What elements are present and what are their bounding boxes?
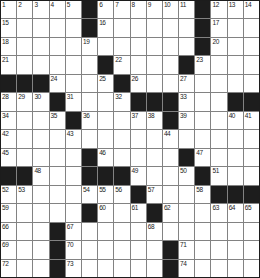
grid-cell[interactable] <box>179 186 194 203</box>
grid-cell[interactable]: 61 <box>131 204 146 221</box>
blocked-cell <box>131 93 146 110</box>
grid-cell[interactable] <box>114 149 129 166</box>
blocked-cell <box>163 93 178 110</box>
grid-cell[interactable]: 23 <box>195 56 210 73</box>
grid-cell[interactable] <box>66 149 81 166</box>
clue-number: 28 <box>2 93 8 100</box>
blocked-cell <box>228 93 243 110</box>
grid-cell[interactable]: 26 <box>131 75 146 92</box>
grid-cell[interactable] <box>114 19 129 36</box>
grid-cell[interactable] <box>163 223 178 240</box>
grid-cell[interactable] <box>228 75 243 92</box>
grid-cell[interactable]: 58 <box>195 186 210 203</box>
grid-cell[interactable] <box>17 112 32 129</box>
grid-cell[interactable]: 65 <box>244 204 259 221</box>
clue-number: 24 <box>51 75 57 82</box>
grid-cell[interactable] <box>211 93 226 110</box>
grid-cell[interactable] <box>17 204 32 221</box>
grid-cell[interactable]: 6 <box>98 1 113 18</box>
clue-number: 72 <box>2 260 8 267</box>
grid-cell[interactable] <box>131 241 146 258</box>
grid-cell[interactable]: 11 <box>179 1 194 18</box>
grid-cell[interactable] <box>82 223 97 240</box>
blocked-cell <box>114 75 129 92</box>
clue-number: 53 <box>18 186 24 193</box>
grid-cell[interactable] <box>82 56 97 73</box>
grid-cell[interactable] <box>131 223 146 240</box>
grid-cell[interactable] <box>98 112 113 129</box>
grid-cell[interactable] <box>195 93 210 110</box>
grid-cell[interactable] <box>17 223 32 240</box>
grid-cell[interactable] <box>82 130 97 147</box>
blocked-cell <box>195 19 210 36</box>
grid-cell[interactable] <box>163 149 178 166</box>
clue-number: 11 <box>180 1 186 8</box>
clue-number: 51 <box>212 167 218 174</box>
grid-cell[interactable] <box>114 223 129 240</box>
grid-cell[interactable] <box>131 56 146 73</box>
blocked-cell <box>50 223 65 240</box>
clue-number: 3 <box>34 1 37 8</box>
blocked-cell <box>244 186 259 203</box>
grid-cell[interactable] <box>179 204 194 221</box>
grid-cell[interactable] <box>147 19 162 36</box>
blocked-cell <box>114 167 129 184</box>
grid-cell[interactable] <box>33 19 48 36</box>
grid-cell[interactable]: 64 <box>228 204 243 221</box>
grid-cell[interactable]: 60 <box>98 204 113 221</box>
grid-cell[interactable]: 32 <box>114 93 129 110</box>
grid-cell[interactable]: 49 <box>131 167 146 184</box>
clue-number: 50 <box>180 167 186 174</box>
blocked-cell <box>211 186 226 203</box>
grid-cell[interactable]: 17 <box>211 19 226 36</box>
grid-cell[interactable] <box>163 38 178 55</box>
grid-cell[interactable] <box>33 204 48 221</box>
blocked-cell <box>179 149 194 166</box>
grid-cell[interactable] <box>211 260 226 277</box>
clue-number: 58 <box>196 186 202 193</box>
grid-cell[interactable]: 19 <box>82 38 97 55</box>
grid-cell[interactable] <box>98 38 113 55</box>
crossword-board: 1234567891011121314151617181920212223242… <box>0 0 260 278</box>
blocked-cell <box>1 167 16 184</box>
grid-cell[interactable]: 40 <box>228 112 243 129</box>
grid-cell[interactable] <box>33 130 48 147</box>
blocked-cell <box>50 93 65 110</box>
clue-number: 43 <box>67 130 73 137</box>
crossword-grid: 1234567891011121314151617181920212223242… <box>0 0 260 278</box>
grid-cell[interactable]: 56 <box>114 186 129 203</box>
grid-cell[interactable] <box>17 149 32 166</box>
grid-cell[interactable]: 31 <box>66 93 81 110</box>
clue-number: 30 <box>34 93 40 100</box>
grid-cell[interactable]: 73 <box>66 260 81 277</box>
clue-number: 7 <box>115 1 118 8</box>
grid-cell[interactable]: 62 <box>163 204 178 221</box>
blocked-cell <box>82 167 97 184</box>
grid-cell[interactable] <box>114 260 129 277</box>
clue-number: 56 <box>115 186 121 193</box>
clue-number: 12 <box>212 1 218 8</box>
grid-cell[interactable] <box>195 260 210 277</box>
grid-cell[interactable] <box>211 241 226 258</box>
grid-cell[interactable] <box>82 93 97 110</box>
grid-cell[interactable] <box>228 19 243 36</box>
grid-cell[interactable]: 39 <box>179 112 194 129</box>
clue-number: 37 <box>132 112 138 119</box>
grid-cell[interactable]: 16 <box>98 19 113 36</box>
blocked-cell <box>98 56 113 73</box>
grid-cell[interactable]: 8 <box>131 1 146 18</box>
grid-cell[interactable] <box>50 19 65 36</box>
grid-cell[interactable] <box>50 130 65 147</box>
grid-cell[interactable] <box>179 38 194 55</box>
clue-number: 16 <box>99 19 105 26</box>
grid-cell[interactable] <box>82 75 97 92</box>
grid-cell[interactable] <box>17 56 32 73</box>
clue-number: 6 <box>99 1 102 8</box>
clue-number: 60 <box>99 204 105 211</box>
clue-number: 46 <box>99 149 105 156</box>
grid-cell[interactable] <box>195 204 210 221</box>
grid-cell[interactable] <box>114 112 129 129</box>
blocked-cell <box>82 149 97 166</box>
grid-cell[interactable]: 34 <box>1 112 16 129</box>
clue-number: 25 <box>99 75 105 82</box>
grid-cell[interactable] <box>195 223 210 240</box>
grid-cell[interactable] <box>50 56 65 73</box>
grid-cell[interactable] <box>228 167 243 184</box>
grid-cell[interactable] <box>179 19 194 36</box>
grid-cell[interactable]: 18 <box>1 38 16 55</box>
grid-cell[interactable]: 48 <box>33 167 48 184</box>
grid-cell[interactable] <box>211 112 226 129</box>
grid-cell[interactable] <box>163 186 178 203</box>
clue-number: 42 <box>2 130 8 137</box>
grid-cell[interactable]: 42 <box>1 130 16 147</box>
grid-cell[interactable]: 59 <box>1 204 16 221</box>
grid-cell[interactable] <box>244 149 259 166</box>
grid-cell[interactable] <box>163 167 178 184</box>
grid-cell[interactable]: 38 <box>147 112 162 129</box>
grid-cell[interactable] <box>179 223 194 240</box>
grid-cell[interactable] <box>98 260 113 277</box>
grid-cell[interactable] <box>244 38 259 55</box>
blocked-cell <box>82 1 97 18</box>
grid-cell[interactable]: 30 <box>33 93 48 110</box>
grid-cell[interactable] <box>244 19 259 36</box>
grid-cell[interactable]: 3 <box>33 1 48 18</box>
grid-cell[interactable] <box>195 241 210 258</box>
grid-cell[interactable] <box>114 38 129 55</box>
clue-number: 5 <box>67 1 70 8</box>
grid-cell[interactable]: 28 <box>1 93 16 110</box>
grid-cell[interactable] <box>244 130 259 147</box>
clue-number: 18 <box>2 38 8 45</box>
blocked-cell <box>163 260 178 277</box>
clue-number: 32 <box>115 93 121 100</box>
grid-cell[interactable]: 35 <box>50 112 65 129</box>
clue-number: 39 <box>180 112 186 119</box>
grid-cell[interactable]: 10 <box>163 1 178 18</box>
grid-cell[interactable] <box>147 167 162 184</box>
grid-cell[interactable]: 45 <box>1 149 16 166</box>
clue-number: 40 <box>229 112 235 119</box>
grid-cell[interactable]: 27 <box>179 75 194 92</box>
clue-number: 63 <box>212 204 218 211</box>
grid-cell[interactable] <box>66 19 81 36</box>
grid-cell[interactable] <box>195 130 210 147</box>
clue-number: 10 <box>164 1 170 8</box>
grid-cell[interactable]: 20 <box>211 38 226 55</box>
grid-cell[interactable] <box>33 223 48 240</box>
grid-cell[interactable]: 47 <box>195 149 210 166</box>
grid-cell[interactable] <box>66 75 81 92</box>
clue-number: 34 <box>2 112 8 119</box>
clue-number: 54 <box>83 186 89 193</box>
grid-cell[interactable] <box>50 186 65 203</box>
grid-cell[interactable]: 15 <box>1 19 16 36</box>
grid-cell[interactable] <box>50 149 65 166</box>
clue-number: 23 <box>196 56 202 63</box>
grid-cell[interactable]: 5 <box>66 1 81 18</box>
grid-cell[interactable]: 14 <box>244 1 259 18</box>
blocked-cell <box>98 167 113 184</box>
grid-cell[interactable] <box>131 149 146 166</box>
grid-cell[interactable] <box>17 19 32 36</box>
grid-cell[interactable]: 67 <box>66 223 81 240</box>
grid-cell[interactable] <box>244 223 259 240</box>
blocked-cell <box>17 167 32 184</box>
clue-number: 62 <box>164 204 170 211</box>
grid-cell[interactable]: 9 <box>147 1 162 18</box>
grid-cell[interactable] <box>244 56 259 73</box>
grid-cell[interactable] <box>33 241 48 258</box>
grid-cell[interactable]: 68 <box>147 223 162 240</box>
grid-cell[interactable] <box>114 204 129 221</box>
blocked-cell <box>228 186 243 203</box>
grid-cell[interactable]: 12 <box>211 1 226 18</box>
grid-cell[interactable] <box>50 204 65 221</box>
clue-number: 59 <box>2 204 8 211</box>
grid-cell[interactable]: 46 <box>98 149 113 166</box>
grid-cell[interactable] <box>98 223 113 240</box>
grid-cell[interactable]: 36 <box>82 112 97 129</box>
blocked-cell <box>33 75 48 92</box>
grid-cell[interactable] <box>228 223 243 240</box>
grid-cell[interactable] <box>211 75 226 92</box>
clue-number: 2 <box>18 1 21 8</box>
grid-cell[interactable]: 29 <box>17 93 32 110</box>
clue-number: 26 <box>132 75 138 82</box>
grid-cell[interactable] <box>66 167 81 184</box>
grid-cell[interactable] <box>211 223 226 240</box>
clue-number: 35 <box>51 112 57 119</box>
blocked-cell <box>50 241 65 258</box>
grid-cell[interactable]: 4 <box>50 1 65 18</box>
clue-number: 73 <box>67 260 73 267</box>
clue-number: 71 <box>180 241 186 248</box>
grid-cell[interactable]: 55 <box>98 186 113 203</box>
grid-cell[interactable]: 71 <box>179 241 194 258</box>
grid-cell[interactable] <box>228 149 243 166</box>
clue-number: 68 <box>148 223 154 230</box>
clue-number: 48 <box>34 167 40 174</box>
grid-cell[interactable] <box>211 130 226 147</box>
clue-number: 66 <box>2 223 8 230</box>
grid-cell[interactable]: 7 <box>114 1 129 18</box>
blocked-cell <box>147 204 162 221</box>
grid-cell[interactable] <box>33 112 48 129</box>
grid-cell[interactable] <box>66 38 81 55</box>
grid-cell[interactable]: 43 <box>66 130 81 147</box>
grid-cell[interactable] <box>17 241 32 258</box>
grid-cell[interactable] <box>228 56 243 73</box>
grid-cell[interactable]: 13 <box>228 1 243 18</box>
blocked-cell <box>131 186 146 203</box>
clue-number: 47 <box>196 149 202 156</box>
clue-number: 74 <box>180 260 186 267</box>
blocked-cell <box>244 93 259 110</box>
grid-cell[interactable]: 24 <box>50 75 65 92</box>
grid-cell[interactable] <box>50 38 65 55</box>
grid-cell[interactable] <box>228 260 243 277</box>
blocked-cell <box>195 38 210 55</box>
clue-number: 45 <box>2 149 8 156</box>
grid-cell[interactable] <box>114 130 129 147</box>
blocked-cell <box>50 260 65 277</box>
grid-cell[interactable] <box>244 241 259 258</box>
clue-number: 21 <box>2 56 8 63</box>
grid-cell[interactable]: 66 <box>1 223 16 240</box>
clue-number: 55 <box>99 186 105 193</box>
grid-cell[interactable] <box>33 186 48 203</box>
clue-number: 27 <box>180 75 186 82</box>
grid-cell[interactable] <box>82 260 97 277</box>
blocked-cell <box>82 204 97 221</box>
grid-cell[interactable]: 2 <box>17 1 32 18</box>
grid-cell[interactable]: 63 <box>211 204 226 221</box>
grid-cell[interactable] <box>17 38 32 55</box>
grid-cell[interactable] <box>114 241 129 258</box>
grid-cell[interactable] <box>147 38 162 55</box>
clue-number: 64 <box>229 204 235 211</box>
grid-cell[interactable]: 69 <box>1 241 16 258</box>
grid-cell[interactable] <box>98 241 113 258</box>
grid-cell[interactable] <box>131 130 146 147</box>
clue-number: 8 <box>132 1 135 8</box>
blocked-cell <box>17 75 32 92</box>
clue-number: 52 <box>2 186 8 193</box>
grid-cell[interactable] <box>211 149 226 166</box>
grid-cell[interactable] <box>131 19 146 36</box>
grid-cell[interactable]: 44 <box>163 130 178 147</box>
grid-cell[interactable] <box>147 241 162 258</box>
clue-number: 38 <box>148 112 154 119</box>
grid-cell[interactable]: 52 <box>1 186 16 203</box>
grid-cell[interactable]: 54 <box>82 186 97 203</box>
grid-cell[interactable] <box>17 260 32 277</box>
grid-cell[interactable] <box>131 260 146 277</box>
grid-cell[interactable] <box>50 167 65 184</box>
clue-number: 13 <box>229 1 235 8</box>
grid-cell[interactable] <box>131 38 146 55</box>
grid-cell[interactable] <box>98 93 113 110</box>
grid-cell[interactable]: 50 <box>179 167 194 184</box>
grid-cell[interactable]: 1 <box>1 1 16 18</box>
grid-cell[interactable] <box>147 130 162 147</box>
grid-cell[interactable] <box>244 167 259 184</box>
grid-cell[interactable] <box>82 241 97 258</box>
clue-number: 67 <box>67 223 73 230</box>
grid-cell[interactable] <box>163 19 178 36</box>
clue-number: 70 <box>67 241 73 248</box>
grid-cell[interactable] <box>244 260 259 277</box>
clue-number: 19 <box>83 38 89 45</box>
grid-cell[interactable] <box>228 38 243 55</box>
grid-cell[interactable]: 25 <box>98 75 113 92</box>
grid-cell[interactable] <box>163 56 178 73</box>
grid-cell[interactable] <box>66 204 81 221</box>
grid-cell[interactable] <box>195 112 210 129</box>
grid-cell[interactable]: 37 <box>131 112 146 129</box>
grid-cell[interactable] <box>179 130 194 147</box>
grid-cell[interactable]: 21 <box>1 56 16 73</box>
grid-cell[interactable] <box>244 75 259 92</box>
grid-cell[interactable] <box>33 260 48 277</box>
clue-number: 20 <box>212 38 218 45</box>
grid-cell[interactable] <box>211 56 226 73</box>
grid-cell[interactable]: 33 <box>179 93 194 110</box>
grid-cell[interactable] <box>147 260 162 277</box>
grid-cell[interactable]: 41 <box>244 112 259 129</box>
blocked-cell <box>195 167 210 184</box>
grid-cell[interactable]: 72 <box>1 260 16 277</box>
grid-cell[interactable] <box>98 130 113 147</box>
blocked-cell <box>82 19 97 36</box>
grid-cell[interactable]: 74 <box>179 260 194 277</box>
grid-cell[interactable] <box>33 56 48 73</box>
grid-cell[interactable]: 51 <box>211 167 226 184</box>
clue-number: 14 <box>245 1 251 8</box>
grid-cell[interactable] <box>66 56 81 73</box>
grid-cell[interactable] <box>228 241 243 258</box>
blocked-cell <box>163 112 178 129</box>
grid-cell[interactable] <box>66 186 81 203</box>
grid-cell[interactable]: 22 <box>114 56 129 73</box>
grid-cell[interactable] <box>33 149 48 166</box>
grid-cell[interactable] <box>147 56 162 73</box>
grid-cell[interactable] <box>17 130 32 147</box>
blocked-cell <box>1 75 16 92</box>
grid-cell[interactable] <box>147 75 162 92</box>
clue-number: 9 <box>148 1 151 8</box>
grid-cell[interactable] <box>163 75 178 92</box>
clue-number: 31 <box>67 93 73 100</box>
grid-cell[interactable]: 57 <box>147 186 162 203</box>
clue-number: 22 <box>115 56 121 63</box>
grid-cell[interactable] <box>147 149 162 166</box>
grid-cell[interactable]: 53 <box>17 186 32 203</box>
clue-number: 33 <box>180 93 186 100</box>
blocked-cell <box>66 112 81 129</box>
grid-cell[interactable] <box>195 75 210 92</box>
grid-cell[interactable] <box>228 130 243 147</box>
grid-cell[interactable] <box>33 38 48 55</box>
clue-number: 4 <box>51 1 54 8</box>
grid-cell[interactable]: 70 <box>66 241 81 258</box>
